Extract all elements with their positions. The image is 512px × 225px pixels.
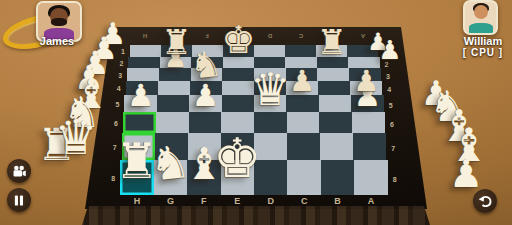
piece-c4-white-pawn[interactable]: ♟ xyxy=(289,67,315,96)
coordinate-label: F xyxy=(201,196,207,206)
game-screen: HHGGFFEEDDCCBBAA1122334455667788 ♟♟♟♟♝♞♜… xyxy=(0,0,512,225)
coordinate-label: 6 xyxy=(114,119,118,126)
coordinate-label: B xyxy=(334,196,341,206)
square-c7[interactable] xyxy=(287,133,320,160)
avatar-beard xyxy=(51,18,67,26)
square-h6[interactable] xyxy=(123,112,156,133)
piece-f3-white-knight[interactable]: ♞ xyxy=(189,45,225,84)
cpu-badge: [ CPU ] xyxy=(463,47,503,58)
camera-view-button[interactable] xyxy=(7,159,31,183)
pause-icon xyxy=(14,195,24,206)
coordinate-label: C xyxy=(301,196,308,206)
piece-b1-white-rook[interactable]: ♜ xyxy=(316,25,347,59)
square-b8[interactable] xyxy=(321,160,354,195)
coordinate-label: H xyxy=(143,33,147,39)
square-g6[interactable] xyxy=(156,112,189,133)
square-a8[interactable] xyxy=(354,160,387,195)
coordinate-label: A xyxy=(368,196,375,206)
square-c1[interactable] xyxy=(285,45,316,57)
avatar-face xyxy=(474,5,488,19)
square-a7[interactable] xyxy=(353,133,386,160)
avatar-shirt xyxy=(469,23,493,33)
coordinate-label: G xyxy=(167,196,174,206)
captured-white-pawn: ♟ xyxy=(449,155,483,193)
coordinate-label: 4 xyxy=(117,85,121,92)
player-name-top: William xyxy=(464,35,502,47)
square-d1[interactable] xyxy=(254,45,285,57)
pause-button[interactable] xyxy=(7,188,31,212)
square-g4[interactable] xyxy=(158,81,190,95)
coordinate-label: A xyxy=(360,33,364,39)
coordinate-label: 4 xyxy=(387,86,391,93)
coordinate-label: 7 xyxy=(391,144,395,151)
undo-arrow-icon xyxy=(478,194,493,208)
undo-button[interactable] xyxy=(473,189,497,213)
coordinate-label: F xyxy=(206,33,210,39)
coordinate-label: 5 xyxy=(389,101,393,108)
square-b4[interactable] xyxy=(318,81,350,95)
square-c8[interactable] xyxy=(287,160,320,195)
coordinate-label: H xyxy=(134,196,141,206)
coordinate-label: C xyxy=(298,33,302,39)
coordinate-label: E xyxy=(234,196,240,206)
piece-a4-white-pawn[interactable]: ♟ xyxy=(353,67,379,96)
coordinate-label: 2 xyxy=(120,59,124,66)
square-b7[interactable] xyxy=(320,133,353,160)
player-name-bottom: James xyxy=(40,35,74,47)
coordinate-label: 6 xyxy=(390,120,394,127)
piece-h5-black-pawn[interactable]: ♟ xyxy=(127,81,154,112)
captured-black-queen: ♛ xyxy=(54,113,97,161)
piece-g1-white-rook[interactable]: ♜ xyxy=(161,25,192,59)
square-b3[interactable] xyxy=(317,68,349,81)
coordinate-label: D xyxy=(267,33,271,39)
square-a6[interactable] xyxy=(352,112,385,133)
square-b6[interactable] xyxy=(319,112,352,133)
piece-e1-white-king[interactable]: ♚ xyxy=(221,21,255,59)
coordinate-label: 5 xyxy=(115,100,119,107)
square-g5[interactable] xyxy=(157,95,189,112)
captured-white-pawn: ♟ xyxy=(378,37,401,63)
piece-e8-black-king[interactable]: ♚ xyxy=(213,131,262,185)
square-b5[interactable] xyxy=(319,95,351,112)
coordinate-label: 3 xyxy=(118,71,122,78)
square-h2[interactable] xyxy=(128,57,159,68)
square-h1[interactable] xyxy=(130,45,161,57)
camera-icon xyxy=(12,165,27,178)
coordinate-label: 8 xyxy=(393,175,397,182)
coordinate-label: 3 xyxy=(386,72,390,79)
square-c6[interactable] xyxy=(287,112,320,133)
piece-d5-white-queen[interactable]: ♛ xyxy=(250,67,290,112)
coordinate-label: D xyxy=(267,196,274,206)
player-avatar-william xyxy=(463,0,498,35)
